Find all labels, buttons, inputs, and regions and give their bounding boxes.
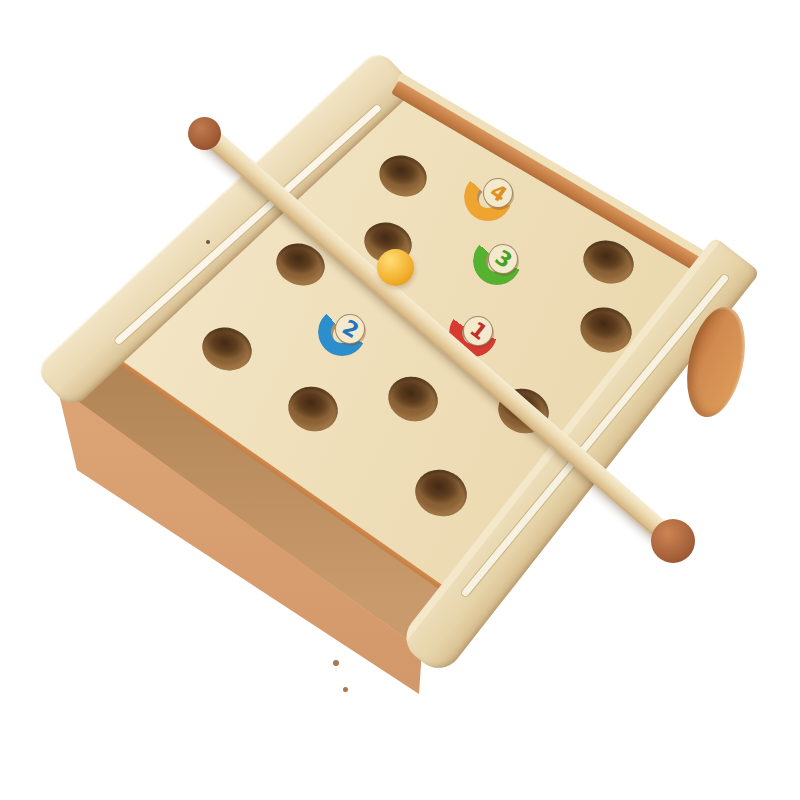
yellow-ball[interactable] — [377, 249, 414, 286]
token-disc: 1 — [463, 316, 493, 346]
token-number: 1 — [466, 318, 490, 344]
token-disc: 4 — [483, 178, 513, 208]
token-number: 4 — [486, 180, 510, 206]
token-disc: 3 — [488, 244, 518, 274]
number-token-3[interactable]: 3 — [467, 231, 527, 291]
token-number: 3 — [491, 246, 515, 272]
wood-knot — [343, 687, 348, 692]
number-token-4[interactable]: 4 — [458, 167, 518, 227]
token-number: 2 — [338, 316, 361, 341]
wood-knot — [333, 660, 339, 666]
stick-knob-left[interactable] — [188, 117, 221, 150]
stick-knob-right[interactable] — [651, 519, 695, 563]
wooden-billiard-toy-photo: 4321 — [0, 0, 800, 800]
number-token-2[interactable]: 2 — [312, 302, 372, 362]
wood-speck — [206, 240, 210, 244]
token-disc: 2 — [335, 314, 365, 344]
